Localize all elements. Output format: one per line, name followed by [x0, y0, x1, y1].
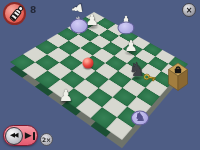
white-knight-highlight-disc[interactable]	[70, 19, 88, 34]
knight-move-token[interactable]: ♞	[135, 111, 146, 123]
game-screen: ♟♞♟♟♟♞♟♞ 8 × ◀◀ ▶ 2×	[0, 0, 200, 150]
key-tooth	[152, 79, 154, 81]
play-triangle-icon: ▶	[25, 131, 32, 140]
padlock-icon	[175, 68, 181, 73]
black-knight[interactable]: ♞	[128, 60, 145, 79]
playback-controls: ◀◀ ▶	[3, 125, 38, 146]
lives-indicator	[3, 2, 26, 25]
close-button[interactable]: ×	[182, 3, 196, 17]
rewind-button[interactable]: ◀◀	[5, 127, 23, 145]
locked-crate	[167, 62, 189, 92]
white-pawn-d8-highlight-disc[interactable]	[118, 22, 135, 35]
white-pawn-d6[interactable]: ♟	[124, 39, 137, 54]
speed-badge[interactable]: 2×	[40, 133, 53, 146]
white-pawn-b2[interactable]: ♟	[59, 88, 73, 104]
step-forward-button[interactable]: ▶	[23, 126, 38, 145]
piece-striped-body	[9, 7, 23, 22]
red-ball	[83, 58, 94, 69]
lives-count: 8	[30, 5, 36, 15]
play-bar-icon	[33, 132, 35, 140]
